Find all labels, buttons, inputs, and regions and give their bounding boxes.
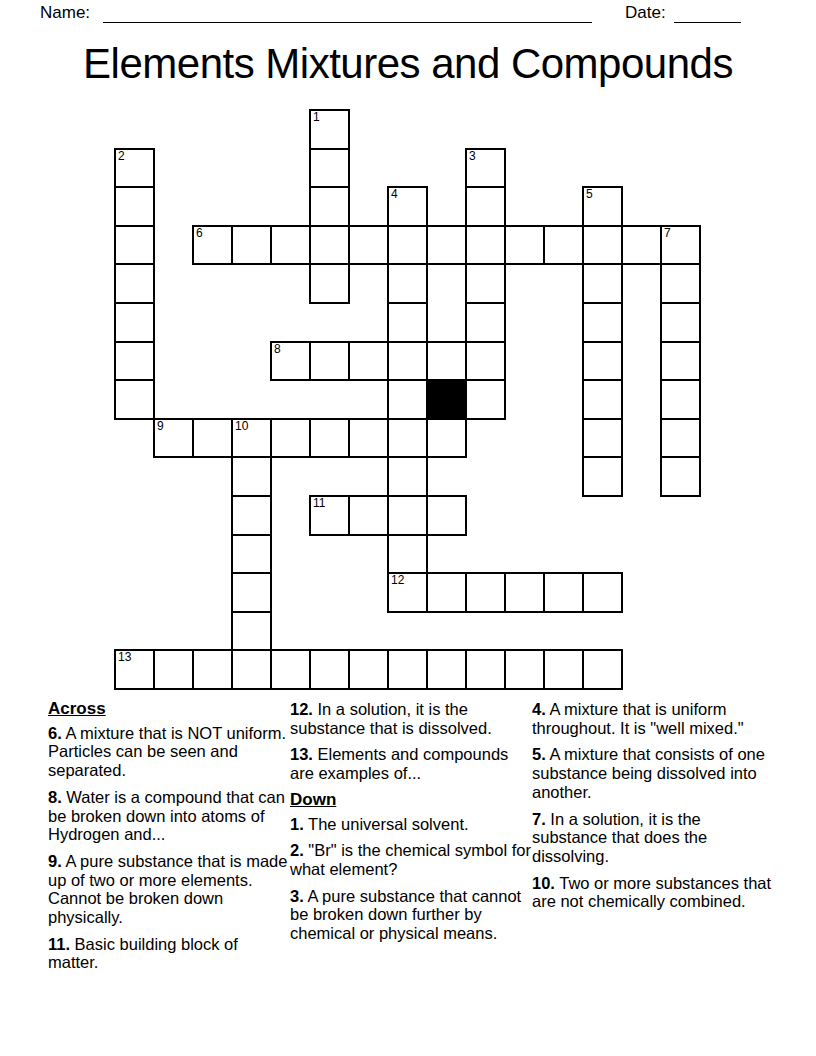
cell-r6c4[interactable]: 8 [270, 341, 311, 382]
cell-r3c4[interactable] [270, 225, 311, 266]
cell-r7c7[interactable] [387, 379, 428, 420]
cell-r3c5[interactable] [309, 225, 350, 266]
cell-r9c3[interactable] [231, 456, 272, 497]
cell-r3c14[interactable]: 7 [660, 225, 701, 266]
cell-r6c5[interactable] [309, 341, 350, 382]
clue-number-label: 3. [290, 887, 304, 905]
clue-number-label: 2. [290, 841, 304, 859]
cell-r3c2[interactable]: 6 [192, 225, 233, 266]
cell-r4c9[interactable] [465, 263, 506, 304]
cell-r14c8[interactable] [426, 649, 467, 690]
clue-number-4: 4 [391, 188, 398, 201]
clue-down-10: 10. Two or more substances that are not … [532, 874, 778, 911]
cell-r10c3[interactable] [231, 495, 272, 536]
name-label: Name: [40, 3, 90, 23]
clue-number-label: 9. [48, 852, 62, 870]
cell-r3c11[interactable] [543, 225, 584, 266]
cell-r3c8[interactable] [426, 225, 467, 266]
clue-number-label: 7. [532, 810, 546, 828]
cell-r14c5[interactable] [309, 649, 350, 690]
clue-across-11: 11. Basic building block of matter. [48, 935, 291, 972]
clue-column-2: 12. In a solution, it is the substance t… [290, 700, 533, 951]
clue-number-11: 11 [313, 497, 325, 510]
cell-r8c5[interactable] [309, 418, 350, 459]
date-blank-line[interactable] [674, 4, 741, 23]
cell-r5c0[interactable] [114, 302, 155, 343]
cell-r8c12[interactable] [582, 418, 623, 459]
clue-number-10: 10 [235, 420, 248, 433]
cell-r3c9[interactable] [465, 225, 506, 266]
clue-down-5: 5. A mixture that consists of one substa… [532, 745, 778, 801]
cell-r14c0[interactable]: 13 [114, 649, 155, 690]
cell-r9c14[interactable] [660, 456, 701, 497]
clue-number-label: 10. [532, 874, 555, 892]
cell-r4c12[interactable] [582, 263, 623, 304]
clue-number-3: 3 [469, 150, 476, 163]
clue-across-12: 12. In a solution, it is the substance t… [290, 700, 533, 737]
cell-r2c5[interactable] [309, 186, 350, 227]
cell-r10c7[interactable] [387, 495, 428, 536]
clue-number-1: 1 [313, 111, 320, 124]
clue-number-label: 8. [48, 788, 62, 806]
cell-r3c6[interactable] [348, 225, 389, 266]
date-label: Date: [625, 3, 666, 23]
clue-number-12: 12 [391, 574, 404, 587]
cell-r14c11[interactable] [543, 649, 584, 690]
cell-r1c0[interactable]: 2 [114, 148, 155, 189]
cell-r8c14[interactable] [660, 418, 701, 459]
cell-r7c12[interactable] [582, 379, 623, 420]
cell-r4c7[interactable] [387, 263, 428, 304]
clue-number-7: 7 [664, 227, 671, 240]
black-cell [426, 379, 467, 420]
cell-r14c6[interactable] [348, 649, 389, 690]
cell-r8c8[interactable] [426, 418, 467, 459]
cell-r3c13[interactable] [621, 225, 662, 266]
cell-r12c10[interactable] [504, 572, 545, 613]
cell-r8c7[interactable] [387, 418, 428, 459]
crossword-grid: 12345678910111213 [115, 110, 700, 689]
cell-r10c6[interactable] [348, 495, 389, 536]
cell-r1c9[interactable]: 3 [465, 148, 506, 189]
cell-r12c11[interactable] [543, 572, 584, 613]
cell-r8c4[interactable] [270, 418, 311, 459]
cell-r6c6[interactable] [348, 341, 389, 382]
cell-r12c12[interactable] [582, 572, 623, 613]
down-heading: Down [290, 791, 533, 810]
cell-r1c5[interactable] [309, 148, 350, 189]
clue-number-label: 13. [290, 745, 313, 763]
cell-r6c7[interactable] [387, 341, 428, 382]
cell-r5c7[interactable] [387, 302, 428, 343]
clue-across-8: 8. Water is a compound that can be broke… [48, 788, 291, 844]
clue-number-label: 12. [290, 700, 313, 718]
cell-r8c2[interactable] [192, 418, 233, 459]
clue-number-label: 6. [48, 724, 62, 742]
clue-number-6: 6 [196, 227, 203, 240]
clue-number-2: 2 [118, 150, 125, 163]
cell-r10c5[interactable]: 11 [309, 495, 350, 536]
cell-r13c3[interactable] [231, 611, 272, 652]
cell-r3c12[interactable] [582, 225, 623, 266]
clue-number-label: 11. [48, 935, 70, 953]
cell-r14c7[interactable] [387, 649, 428, 690]
clue-column-3: 4. A mixture that is uniform throughout.… [532, 700, 778, 919]
cell-r14c2[interactable] [192, 649, 233, 690]
cell-r2c12[interactable]: 5 [582, 186, 623, 227]
cell-r2c9[interactable] [465, 186, 506, 227]
cell-r7c9[interactable] [465, 379, 506, 420]
cell-r5c9[interactable] [465, 302, 506, 343]
cell-r9c12[interactable] [582, 456, 623, 497]
clue-number-label: 4. [532, 700, 546, 718]
clue-down-2: 2. "Br" is the chemical symbol for what … [290, 841, 533, 878]
cell-r3c0[interactable] [114, 225, 155, 266]
clue-down-4: 4. A mixture that is uniform throughout.… [532, 700, 778, 737]
cell-r8c1[interactable]: 9 [153, 418, 194, 459]
cell-r0c5[interactable]: 1 [309, 109, 350, 150]
clue-number-8: 8 [274, 343, 281, 356]
clue-number-13: 13 [118, 651, 131, 664]
across-heading: Across [48, 700, 291, 719]
cell-r4c0[interactable] [114, 263, 155, 304]
cell-r14c3[interactable] [231, 649, 272, 690]
cell-r10c8[interactable] [426, 495, 467, 536]
cell-r12c7[interactable]: 12 [387, 572, 428, 613]
cell-r3c3[interactable] [231, 225, 272, 266]
cell-r3c10[interactable] [504, 225, 545, 266]
clue-down-3: 3. A pure substance that cannot be broke… [290, 887, 533, 943]
cell-r14c12[interactable] [582, 649, 623, 690]
cell-r6c0[interactable] [114, 341, 155, 382]
cell-r5c12[interactable] [582, 302, 623, 343]
cell-r5c14[interactable] [660, 302, 701, 343]
cell-r12c9[interactable] [465, 572, 506, 613]
clue-number-label: 1. [290, 815, 304, 833]
cell-r14c4[interactable] [270, 649, 311, 690]
cell-r14c9[interactable] [465, 649, 506, 690]
cell-r3c7[interactable] [387, 225, 428, 266]
cell-r6c12[interactable] [582, 341, 623, 382]
cell-r8c6[interactable] [348, 418, 389, 459]
puzzle-title: Elements Mixtures and Compounds [0, 40, 816, 88]
cell-r4c14[interactable] [660, 263, 701, 304]
cell-r2c7[interactable]: 4 [387, 186, 428, 227]
cell-r9c7[interactable] [387, 456, 428, 497]
clue-across-6: 6. A mixture that is NOT uniform. Partic… [48, 724, 291, 780]
cell-r12c3[interactable] [231, 572, 272, 613]
clue-number-5: 5 [586, 188, 593, 201]
cell-r11c3[interactable] [231, 534, 272, 575]
cell-r7c14[interactable] [660, 379, 701, 420]
clue-number-label: 5. [532, 745, 546, 763]
clue-number-9: 9 [157, 420, 164, 433]
clue-across-9: 9. A pure substance that is made up of t… [48, 852, 291, 927]
cell-r14c10[interactable] [504, 649, 545, 690]
cell-r6c8[interactable] [426, 341, 467, 382]
cell-r14c1[interactable] [153, 649, 194, 690]
cell-r4c5[interactable] [309, 263, 350, 304]
clue-across-13: 13. Elements and compounds are examples … [290, 745, 533, 782]
name-blank-line[interactable] [103, 4, 592, 23]
cell-r11c7[interactable] [387, 534, 428, 575]
cell-r12c8[interactable] [426, 572, 467, 613]
clue-down-7: 7. In a solution, it is the substance th… [532, 810, 778, 866]
cell-r6c9[interactable] [465, 341, 506, 382]
cell-r7c0[interactable] [114, 379, 155, 420]
cell-r8c3[interactable]: 10 [231, 418, 272, 459]
clue-column-1: Across6. A mixture that is NOT uniform. … [48, 700, 291, 980]
cell-r6c14[interactable] [660, 341, 701, 382]
cell-r2c0[interactable] [114, 186, 155, 227]
clue-down-1: 1. The universal solvent. [290, 815, 533, 834]
